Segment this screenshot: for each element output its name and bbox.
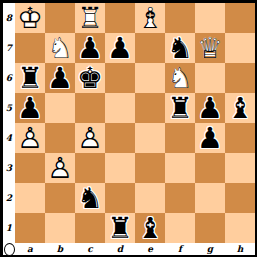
piece-outline-layer: ♙ [77, 123, 103, 153]
square-e1[interactable]: ♝ [135, 213, 165, 243]
piece-fill-layer: ♟ [77, 123, 103, 153]
black-pawn-d7: ♟ [105, 33, 135, 63]
square-a2[interactable] [15, 183, 45, 213]
piece-fill-layer: ♞ [167, 63, 193, 93]
white-rook-c8: ♜♖ [75, 3, 105, 33]
square-g8[interactable] [195, 3, 225, 33]
black-rook-a6: ♜ [15, 63, 45, 93]
square-b5[interactable] [45, 93, 75, 123]
square-a1[interactable] [15, 213, 45, 243]
file-label-e: e [135, 243, 165, 255]
file-labels: abcdefgh [15, 243, 255, 255]
square-h4[interactable] [225, 123, 255, 153]
square-f7[interactable]: ♞ [165, 33, 195, 63]
piece-fill-layer: ♛ [197, 33, 223, 63]
file-label-f: f [165, 243, 195, 255]
square-h3[interactable] [225, 153, 255, 183]
white-king-a8: ♚♔ [15, 3, 45, 33]
white-bishop-e8: ♝♗ [135, 3, 165, 33]
diagram-inner: 87654321 ♚♔♜♖♝♗♞♘♟♟♞♛♕♜♟♚♞♘♟♜♟♝♟♙♟♙♟♟♙♞♜… [3, 3, 255, 255]
square-g1[interactable] [195, 213, 225, 243]
square-c2[interactable]: ♞ [75, 183, 105, 213]
piece-fill-layer: ♜ [77, 3, 103, 33]
square-d1[interactable]: ♜ [105, 213, 135, 243]
square-a5[interactable]: ♟ [15, 93, 45, 123]
square-g6[interactable] [195, 63, 225, 93]
white-knight-b7: ♞♘ [45, 33, 75, 63]
square-e3[interactable] [135, 153, 165, 183]
square-b8[interactable] [45, 3, 75, 33]
file-label-g: g [195, 243, 225, 255]
square-f3[interactable] [165, 153, 195, 183]
piece-outline-layer: ♘ [47, 33, 73, 63]
black-king-c6: ♚ [75, 63, 105, 93]
piece-outline-layer: ♙ [47, 153, 73, 183]
square-g2[interactable] [195, 183, 225, 213]
black-bishop-e1: ♝ [135, 213, 165, 243]
square-e7[interactable] [135, 33, 165, 63]
white-pawn-a4: ♟♙ [15, 123, 45, 153]
square-h8[interactable] [225, 3, 255, 33]
square-f5[interactable]: ♜ [165, 93, 195, 123]
square-f4[interactable] [165, 123, 195, 153]
move-indicator-corner [3, 243, 15, 255]
black-rook-d1: ♜ [105, 213, 135, 243]
square-c1[interactable] [75, 213, 105, 243]
rank-label-2: 2 [3, 183, 15, 213]
square-a6[interactable]: ♜ [15, 63, 45, 93]
white-queen-g7: ♛♕ [195, 33, 225, 63]
square-h2[interactable] [225, 183, 255, 213]
rank-label-3: 3 [3, 153, 15, 183]
black-bishop-h5: ♝ [225, 93, 255, 123]
square-c4[interactable]: ♟♙ [75, 123, 105, 153]
piece-outline-layer: ♔ [17, 3, 43, 33]
square-h5[interactable]: ♝ [225, 93, 255, 123]
square-f6[interactable]: ♞♘ [165, 63, 195, 93]
square-d5[interactable] [105, 93, 135, 123]
file-label-d: d [105, 243, 135, 255]
square-e6[interactable] [135, 63, 165, 93]
chess-diagram: 87654321 ♚♔♜♖♝♗♞♘♟♟♞♛♕♜♟♚♞♘♟♜♟♝♟♙♟♙♟♟♙♞♜… [0, 0, 257, 257]
square-d3[interactable] [105, 153, 135, 183]
black-pawn-g4: ♟ [195, 123, 225, 153]
black-knight-c2: ♞ [75, 183, 105, 213]
square-d6[interactable] [105, 63, 135, 93]
square-b6[interactable]: ♟ [45, 63, 75, 93]
square-a8[interactable]: ♚♔ [15, 3, 45, 33]
square-d4[interactable] [105, 123, 135, 153]
square-a4[interactable]: ♟♙ [15, 123, 45, 153]
square-b7[interactable]: ♞♘ [45, 33, 75, 63]
square-e4[interactable] [135, 123, 165, 153]
black-pawn-b6: ♟ [45, 63, 75, 93]
rank-label-1: 1 [3, 213, 15, 243]
rank-labels: 87654321 [3, 3, 15, 243]
square-a3[interactable] [15, 153, 45, 183]
chess-board: ♚♔♜♖♝♗♞♘♟♟♞♛♕♜♟♚♞♘♟♜♟♝♟♙♟♙♟♟♙♞♜♝ [15, 3, 255, 243]
square-g4[interactable]: ♟ [195, 123, 225, 153]
square-c3[interactable] [75, 153, 105, 183]
piece-fill-layer: ♝ [137, 3, 163, 33]
black-knight-f7: ♞ [165, 33, 195, 63]
piece-fill-layer: ♟ [17, 123, 43, 153]
white-knight-f6: ♞♘ [165, 63, 195, 93]
file-label-c: c [75, 243, 105, 255]
black-pawn-a5: ♟ [15, 93, 45, 123]
piece-outline-layer: ♗ [137, 3, 163, 33]
rank-label-6: 6 [3, 63, 15, 93]
square-e8[interactable]: ♝♗ [135, 3, 165, 33]
square-b4[interactable] [45, 123, 75, 153]
square-h6[interactable] [225, 63, 255, 93]
square-f1[interactable] [165, 213, 195, 243]
square-g5[interactable]: ♟ [195, 93, 225, 123]
square-g3[interactable] [195, 153, 225, 183]
square-e2[interactable] [135, 183, 165, 213]
file-label-h: h [225, 243, 255, 255]
square-b1[interactable] [45, 213, 75, 243]
piece-fill-layer: ♞ [47, 33, 73, 63]
piece-fill-layer: ♟ [47, 153, 73, 183]
black-rook-f5: ♜ [165, 93, 195, 123]
square-b3[interactable]: ♟♙ [45, 153, 75, 183]
square-b2[interactable] [45, 183, 75, 213]
white-pawn-c4: ♟♙ [75, 123, 105, 153]
black-pawn-g5: ♟ [195, 93, 225, 123]
square-d7[interactable]: ♟ [105, 33, 135, 63]
piece-outline-layer: ♖ [77, 3, 103, 33]
piece-fill-layer: ♚ [17, 3, 43, 33]
square-d8[interactable] [105, 3, 135, 33]
side-to-move-indicator[interactable] [4, 243, 15, 256]
square-a7[interactable] [15, 33, 45, 63]
white-pawn-b3: ♟♙ [45, 153, 75, 183]
piece-outline-layer: ♕ [197, 33, 223, 63]
square-c8[interactable]: ♜♖ [75, 3, 105, 33]
rank-label-7: 7 [3, 33, 15, 63]
rank-label-4: 4 [3, 123, 15, 153]
rank-label-5: 5 [3, 93, 15, 123]
black-pawn-c7: ♟ [75, 33, 105, 63]
square-d2[interactable] [105, 183, 135, 213]
square-c7[interactable]: ♟ [75, 33, 105, 63]
square-f2[interactable] [165, 183, 195, 213]
square-f8[interactable] [165, 3, 195, 33]
square-h7[interactable] [225, 33, 255, 63]
square-c5[interactable] [75, 93, 105, 123]
square-e5[interactable] [135, 93, 165, 123]
square-c6[interactable]: ♚ [75, 63, 105, 93]
file-label-a: a [15, 243, 45, 255]
file-label-b: b [45, 243, 75, 255]
piece-outline-layer: ♘ [167, 63, 193, 93]
square-g7[interactable]: ♛♕ [195, 33, 225, 63]
piece-outline-layer: ♙ [17, 123, 43, 153]
square-h1[interactable] [225, 213, 255, 243]
rank-label-8: 8 [3, 3, 15, 33]
